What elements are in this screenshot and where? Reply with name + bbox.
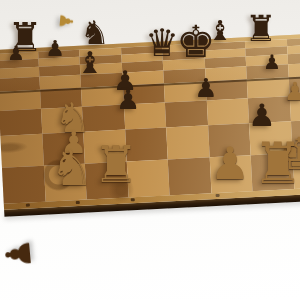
- black-pawn-b7[interactable]: ♟: [45, 38, 65, 60]
- captured-piece-dark[interactable]: ♟: [0, 237, 36, 270]
- edge-engraved-mark-1: [26, 203, 30, 206]
- black-pawn-g2[interactable]: ♟: [248, 100, 276, 131]
- square-e1[interactable]: [168, 157, 211, 195]
- edge-engraved-mark-3: [131, 198, 135, 201]
- square-a1[interactable]: [2, 166, 45, 204]
- wooden-chess-set-photo: ♜♟♟♞♝♛♚♝♜♟♟♟♟♟♟♞♟♞♜♟♜♚♟♟: [0, 0, 300, 300]
- black-rook-h8[interactable]: ♜: [245, 11, 277, 47]
- square-e3[interactable]: [165, 100, 208, 127]
- white-pawn-h3[interactable]: ♟: [284, 79, 300, 104]
- white-rook-h1[interactable]: ♜: [252, 135, 300, 192]
- square-a2[interactable]: [0, 134, 43, 168]
- black-bishop-c6[interactable]: ♝: [77, 48, 104, 78]
- white-knight-b1[interactable]: ♞: [50, 144, 94, 193]
- square-e2[interactable]: [166, 125, 209, 159]
- white-pawn-g1[interactable]: ♟: [210, 141, 250, 186]
- black-queen-e7[interactable]: ♛: [145, 24, 179, 62]
- black-pawn-h5[interactable]: ♟: [263, 52, 281, 72]
- edge-engraved-mark-2: [76, 201, 80, 204]
- white-rook-d1[interactable]: ♜: [93, 139, 139, 190]
- captured-piece-tan[interactable]: ♟: [56, 12, 75, 30]
- black-pawn-d3[interactable]: ♟: [116, 86, 140, 113]
- black-pawn-a7[interactable]: ♟: [7, 43, 25, 63]
- black-king-f7[interactable]: ♚: [176, 20, 215, 64]
- square-a3[interactable]: [0, 109, 42, 136]
- square-h6[interactable]: [287, 52, 300, 64]
- square-a4[interactable]: [0, 90, 41, 111]
- edge-engraved-mark-4: [216, 194, 220, 197]
- black-pawn-f4[interactable]: ♟: [194, 75, 217, 101]
- square-h5[interactable]: [288, 62, 300, 77]
